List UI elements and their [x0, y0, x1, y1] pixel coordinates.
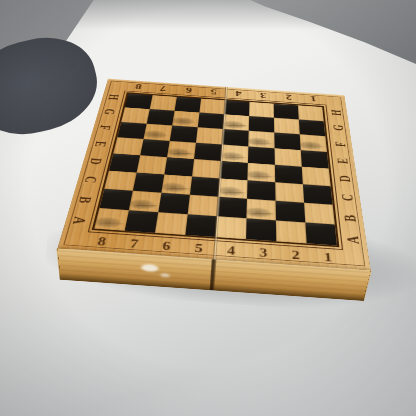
photo-scene: 87654321 87654321 HGFEDCBA HGFEDCBA ♛♛♜♟… [0, 0, 416, 416]
coordinate-label: E [329, 153, 359, 169]
square-d2[interactable]: ♚ [275, 165, 303, 184]
coordinate-label: H [324, 106, 351, 119]
coordinate-label: 8 [125, 80, 152, 92]
coordinate-label: E [84, 136, 115, 151]
coordinate-label: H [98, 91, 127, 104]
square-c1[interactable] [303, 184, 333, 205]
coordinate-label: F [327, 137, 356, 152]
square-a1[interactable] [305, 222, 337, 245]
square-b7[interactable]: ♟ [129, 191, 162, 212]
square-c2[interactable] [275, 182, 304, 203]
square-a4[interactable] [216, 216, 247, 239]
square-b1[interactable] [304, 203, 335, 225]
coordinate-label: 7 [150, 82, 177, 94]
perspective-scene: 87654321 87654321 HGFEDCBA HGFEDCBA ♛♛♜♟… [0, 0, 416, 416]
coordinate-label: 2 [276, 90, 301, 103]
square-a2[interactable] [276, 220, 307, 243]
square-b3[interactable]: ♟ [247, 199, 276, 221]
board-top-face: 87654321 87654321 HGFEDCBA HGFEDCBA ♛♛♜♟… [58, 79, 371, 270]
coordinate-label: 6 [175, 83, 201, 95]
scuff-mark-small [160, 273, 169, 278]
chess-board: 87654321 87654321 HGFEDCBA HGFEDCBA ♛♛♜♟… [58, 79, 371, 270]
coordinate-label: F [89, 120, 119, 134]
coordinate-label: 3 [251, 89, 276, 102]
inner-frame: ♛♛♜♟♝♚♝♞♟♜♝♟♟♟♚♟♟♟♞♟♟♜♟ [88, 91, 343, 250]
coordinate-label: G [325, 121, 353, 135]
coordinate-label: 5 [200, 85, 226, 98]
square-c4[interactable]: ♟ [218, 178, 247, 198]
coordinate-label: G [94, 105, 124, 119]
scuff-mark [142, 264, 159, 272]
square-b4[interactable] [217, 197, 247, 219]
coordinate-label: 1 [300, 92, 326, 105]
square-a5[interactable]: ♟ [185, 214, 217, 237]
box-fold-seam [210, 259, 217, 291]
square-b2[interactable] [276, 201, 306, 223]
square-a3[interactable] [246, 218, 276, 241]
square-a8[interactable]: ♜ [94, 208, 129, 231]
squares-grid: ♛♛♜♟♝♚♝♞♟♜♝♟♟♟♚♟♟♟♞♟♟♜♟ [92, 92, 340, 247]
coordinate-label: 4 [225, 87, 250, 100]
